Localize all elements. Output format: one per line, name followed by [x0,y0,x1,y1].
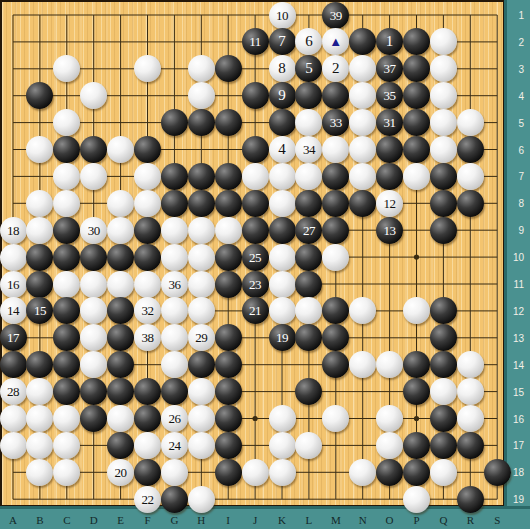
stone-R15-white[interactable] [457,378,484,405]
stone-I18-black[interactable] [215,459,242,486]
stone-M7-black[interactable] [322,163,349,190]
stone-C9-black[interactable] [53,217,80,244]
move-number-label: 9 [278,88,286,103]
stone-L9-black[interactable]: 27 [295,217,322,244]
stone-H13-white[interactable]: 29 [188,324,215,351]
column-label-P: P [413,514,419,526]
stone-S18-black[interactable] [484,459,511,486]
stone-E9-white[interactable] [107,217,134,244]
stone-D16-black[interactable] [80,405,107,432]
column-label-J: J [253,514,257,526]
column-label-F: F [144,514,150,526]
stone-L8-black[interactable] [295,190,322,217]
stone-H16-white[interactable] [188,405,215,432]
column-label-N: N [359,514,367,526]
row-label-9: 9 [518,225,524,236]
stone-G10-white[interactable] [161,244,188,271]
row-label-6: 6 [518,144,524,155]
stone-I8-black[interactable] [215,190,242,217]
stone-K2-black[interactable]: 7 [269,28,296,55]
column-label-D: D [90,514,98,526]
stone-J4-black[interactable] [242,82,269,109]
star-point [253,416,258,421]
stone-I16-black[interactable] [215,405,242,432]
stone-Q18-white[interactable] [430,459,457,486]
stone-C8-white[interactable] [53,190,80,217]
stone-J2-black[interactable]: 11 [242,28,269,55]
stone-K10-white[interactable] [269,244,296,271]
stone-Q8-black[interactable] [430,190,457,217]
go-board[interactable]: 10391176▲1852379353331434121830271325163… [0,0,504,506]
stone-F18-black[interactable] [134,459,161,486]
stone-Q4-white[interactable] [430,82,457,109]
stone-I17-black[interactable] [215,432,242,459]
stone-I14-black[interactable] [215,351,242,378]
move-number-label: 6 [305,34,313,49]
stone-B8-white[interactable] [26,190,53,217]
stone-C10-black[interactable] [53,244,80,271]
stone-P6-black[interactable] [403,136,430,163]
stone-J9-black[interactable] [242,217,269,244]
move-number-label: 19 [276,331,288,344]
stone-F10-black[interactable] [134,244,161,271]
column-label-A: A [9,514,17,526]
stone-A16-white[interactable] [0,405,27,432]
row-label-12: 12 [513,305,524,316]
row-label-16: 16 [513,413,524,424]
stone-K1-white[interactable]: 10 [269,2,296,29]
stone-A11-white[interactable]: 16 [0,271,27,298]
stone-D11-white[interactable] [80,271,107,298]
stone-F6-black[interactable] [134,136,161,163]
stone-E11-white[interactable] [107,271,134,298]
move-number-label: 23 [249,278,261,291]
stone-C17-white[interactable] [53,432,80,459]
row-label-7: 7 [518,171,524,182]
stone-I15-black[interactable] [215,378,242,405]
move-number-label: 22 [142,493,154,506]
stone-G14-white[interactable] [161,351,188,378]
row-label-11: 11 [514,279,524,290]
stone-G7-black[interactable] [161,163,188,190]
stone-O16-white[interactable] [376,405,403,432]
stone-H4-white[interactable] [188,82,215,109]
stone-J8-black[interactable] [242,190,269,217]
stone-R19-black[interactable] [457,486,484,513]
move-number-label: 33 [330,116,342,129]
stone-E6-white[interactable] [107,136,134,163]
stone-L10-black[interactable] [295,244,322,271]
stone-H14-black[interactable] [188,351,215,378]
stone-H7-black[interactable] [188,163,215,190]
stone-G8-black[interactable] [161,190,188,217]
move-number-label: 15 [34,304,46,317]
stone-G19-black[interactable] [161,486,188,513]
stone-R14-white[interactable] [457,351,484,378]
stone-A15-white[interactable]: 28 [0,378,27,405]
row-label-17: 17 [513,440,524,451]
stone-F17-white[interactable] [134,432,161,459]
move-number-label: 24 [168,439,180,452]
row-label-4: 4 [518,90,524,101]
stone-I7-black[interactable] [215,163,242,190]
stone-P4-black[interactable] [403,82,430,109]
stone-R16-white[interactable] [457,405,484,432]
stone-G16-white[interactable]: 26 [161,405,188,432]
stone-R6-black[interactable] [457,136,484,163]
star-point [414,416,419,421]
stone-M1-black[interactable]: 39 [322,2,349,29]
stone-A12-white[interactable]: 14 [0,297,27,324]
row-coordinate-strip: 12345678910111213141516171819 [504,0,530,529]
stone-N6-white[interactable] [349,136,376,163]
go-board-screenshot: 12345678910111213141516171819 ABCDEFGHIJ… [0,0,530,529]
stone-K4-black[interactable]: 9 [269,82,296,109]
stone-A17-white[interactable] [0,432,27,459]
row-label-3: 3 [518,63,524,74]
stone-H17-white[interactable] [188,432,215,459]
stone-F7-white[interactable] [134,163,161,190]
row-label-8: 8 [518,198,524,209]
stone-O18-black[interactable] [376,459,403,486]
stone-K17-white[interactable] [269,432,296,459]
move-number-label: 27 [303,224,315,237]
stone-Q7-black[interactable] [430,163,457,190]
stone-J11-black[interactable]: 23 [242,271,269,298]
stone-P14-black[interactable] [403,351,430,378]
move-number-label: 39 [330,9,342,22]
move-number-label: 20 [115,466,127,479]
stone-C11-white[interactable] [53,271,80,298]
stone-K16-white[interactable] [269,405,296,432]
stone-I10-black[interactable] [215,244,242,271]
stone-I5-black[interactable] [215,109,242,136]
stone-K6-white[interactable]: 4 [269,136,296,163]
stone-R5-white[interactable] [457,109,484,136]
move-number-label: 37 [384,62,396,75]
stone-O7-black[interactable] [376,163,403,190]
move-number-label: 5 [305,61,313,76]
stone-Q13-black[interactable] [430,324,457,351]
row-label-14: 14 [513,359,524,370]
stone-O9-black[interactable]: 13 [376,217,403,244]
stone-E18-white[interactable]: 20 [107,459,134,486]
stone-E17-black[interactable] [107,432,134,459]
column-label-B: B [36,514,43,526]
row-label-13: 13 [513,332,524,343]
stone-F9-black[interactable] [134,217,161,244]
move-number-label: 21 [249,304,261,317]
stone-G13-white[interactable] [161,324,188,351]
stone-G15-black[interactable] [161,378,188,405]
move-number-label: 35 [384,89,396,102]
stone-Q3-white[interactable] [430,55,457,82]
stone-B10-black[interactable] [26,244,53,271]
stone-Q9-black[interactable] [430,217,457,244]
move-number-label: 11 [249,35,261,48]
move-number-label: 30 [88,224,100,237]
stone-A13-black[interactable]: 17 [0,324,27,351]
stone-R8-black[interactable] [457,190,484,217]
column-label-K: K [278,514,286,526]
stone-H10-white[interactable] [188,244,215,271]
stone-K11-white[interactable] [269,271,296,298]
stone-P17-black[interactable] [403,432,430,459]
stone-F15-black[interactable] [134,378,161,405]
move-number-label: 8 [278,61,286,76]
move-number-label: 17 [7,331,19,344]
stone-J12-black[interactable]: 21 [242,297,269,324]
row-label-1: 1 [518,10,524,21]
stone-Q17-black[interactable] [430,432,457,459]
column-label-L: L [306,514,313,526]
stone-H5-black[interactable] [188,109,215,136]
stone-G9-white[interactable] [161,217,188,244]
stone-K7-white[interactable] [269,163,296,190]
move-number-label: 38 [142,331,154,344]
move-number-label: 12 [384,197,396,210]
stone-J10-black[interactable]: 25 [242,244,269,271]
stone-J6-black[interactable] [242,136,269,163]
column-label-C: C [63,514,70,526]
stone-Q5-white[interactable] [430,109,457,136]
move-number-label: 26 [168,412,180,425]
stone-H15-white[interactable] [188,378,215,405]
star-point [414,255,419,260]
stone-E15-black[interactable] [107,378,134,405]
move-number-label: 10 [276,9,288,22]
stone-H12-white[interactable] [188,297,215,324]
move-number-label: 4 [278,142,286,157]
stone-H9-white[interactable] [188,217,215,244]
stone-O6-black[interactable] [376,136,403,163]
stone-O8-white[interactable]: 12 [376,190,403,217]
column-label-S: S [494,514,500,526]
stone-K9-black[interactable] [269,217,296,244]
stone-Q14-black[interactable] [430,351,457,378]
triangle-marker-icon: ▲ [329,35,342,48]
stone-C18-white[interactable] [53,459,80,486]
stone-H11-white[interactable] [188,271,215,298]
stone-K8-white[interactable] [269,190,296,217]
stone-J7-white[interactable] [242,163,269,190]
move-number-label: 18 [7,224,19,237]
stone-B9-white[interactable] [26,217,53,244]
stone-R17-black[interactable] [457,432,484,459]
stone-Q6-white[interactable] [430,136,457,163]
column-label-E: E [117,514,124,526]
stone-R7-white[interactable] [457,163,484,190]
stone-M10-white[interactable] [322,244,349,271]
stone-O17-white[interactable] [376,432,403,459]
stone-G17-white[interactable]: 24 [161,432,188,459]
row-label-19: 19 [513,494,524,505]
stone-B11-black[interactable] [26,271,53,298]
move-number-label: 16 [7,278,19,291]
stone-I13-black[interactable] [215,324,242,351]
stone-F19-white[interactable]: 22 [134,486,161,513]
stone-P15-black[interactable] [403,378,430,405]
column-label-O: O [386,514,394,526]
stone-A10-white[interactable] [0,244,27,271]
row-label-18: 18 [513,467,524,478]
stone-K12-white[interactable] [269,297,296,324]
stone-D10-black[interactable] [80,244,107,271]
stone-H3-white[interactable] [188,55,215,82]
stone-N7-white[interactable] [349,163,376,190]
stone-Q16-black[interactable] [430,405,457,432]
stone-P18-black[interactable] [403,459,430,486]
row-label-15: 15 [513,386,524,397]
stone-Q15-white[interactable] [430,378,457,405]
stone-E10-black[interactable] [107,244,134,271]
stone-C7-white[interactable] [53,163,80,190]
stone-F16-black[interactable] [134,405,161,432]
move-number-label: 2 [332,61,340,76]
stone-D7-white[interactable] [80,163,107,190]
stone-L11-black[interactable] [295,271,322,298]
stone-E8-white[interactable] [107,190,134,217]
stone-D6-black[interactable] [80,136,107,163]
stone-D9-white[interactable]: 30 [80,217,107,244]
stone-I11-black[interactable] [215,271,242,298]
stone-K5-black[interactable] [269,109,296,136]
stone-G11-white[interactable]: 36 [161,271,188,298]
stone-K13-black[interactable]: 19 [269,324,296,351]
column-label-Q: Q [439,514,447,526]
stone-J18-white[interactable] [242,459,269,486]
row-label-5: 5 [518,117,524,128]
stone-F8-white[interactable] [134,190,161,217]
stone-I9-white[interactable] [215,217,242,244]
column-label-G: G [170,514,178,526]
column-coordinate-strip: ABCDEFGHIJKLMNOPQRS [0,506,530,529]
stone-N8-black[interactable] [349,190,376,217]
stone-N18-white[interactable] [349,459,376,486]
stone-G18-white[interactable] [161,459,188,486]
stone-A14-black[interactable] [0,351,27,378]
move-number-label: 13 [384,224,396,237]
stone-P19-white[interactable] [403,486,430,513]
stone-E16-white[interactable] [107,405,134,432]
stone-H8-black[interactable] [188,190,215,217]
stone-P7-white[interactable] [403,163,430,190]
move-number-label: 7 [278,34,286,49]
stone-I3-black[interactable] [215,55,242,82]
move-number-label: 29 [195,331,207,344]
stone-P5-black[interactable] [403,109,430,136]
move-number-label: 31 [384,116,396,129]
stone-K3-white[interactable]: 8 [269,55,296,82]
stone-A9-white[interactable]: 18 [0,217,27,244]
move-number-label: 34 [303,143,315,156]
stone-K18-white[interactable] [269,459,296,486]
stone-B18-white[interactable] [26,459,53,486]
row-label-2: 2 [518,36,524,47]
move-number-label: 28 [7,385,19,398]
stone-F11-white[interactable] [134,271,161,298]
move-number-label: 14 [7,304,19,317]
stone-M9-black[interactable] [322,217,349,244]
move-number-label: 36 [168,278,180,291]
row-label-10: 10 [513,252,524,263]
column-label-I: I [226,514,230,526]
stone-M8-black[interactable] [322,190,349,217]
move-number-label: 32 [142,304,154,317]
move-number-label: 1 [386,34,394,49]
stone-O5-black[interactable]: 31 [376,109,403,136]
column-label-R: R [467,514,474,526]
stone-G5-black[interactable] [161,109,188,136]
move-number-label: 25 [249,251,261,264]
column-label-H: H [197,514,205,526]
stone-H19-white[interactable] [188,486,215,513]
column-label-M: M [331,514,341,526]
